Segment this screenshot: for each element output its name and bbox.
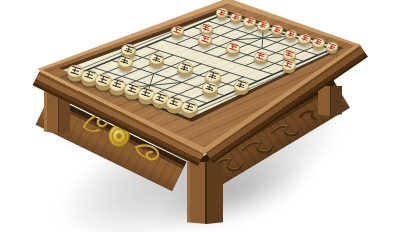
piece-character — [202, 24, 212, 33]
piece-character — [168, 97, 181, 108]
piece-red-soldier[interactable] — [254, 52, 268, 63]
piece-red-elephant[interactable] — [298, 34, 311, 44]
piece-character — [179, 62, 191, 72]
piece-character — [231, 13, 240, 21]
piece-character — [151, 53, 163, 63]
xiangqi-table-scene — [0, 0, 400, 232]
piece-character — [286, 30, 295, 38]
piece-character — [285, 50, 295, 59]
piece-character — [183, 101, 196, 112]
piece-character — [327, 42, 336, 50]
piece-character — [314, 38, 323, 46]
piece-character — [204, 82, 216, 92]
piece-character — [272, 25, 281, 33]
piece-character — [111, 79, 124, 90]
piece-character — [200, 34, 210, 43]
piece-character — [83, 70, 96, 81]
piece-black-cannon[interactable] — [118, 56, 134, 68]
piece-red-advisor[interactable] — [257, 21, 270, 31]
piece-red-elephant[interactable] — [243, 17, 256, 27]
piece-red-horse[interactable] — [312, 38, 325, 48]
piece-character — [69, 65, 82, 76]
piece-character — [256, 52, 266, 61]
piece-black-soldier[interactable] — [205, 71, 220, 83]
piece-character — [300, 34, 309, 42]
piece-character — [126, 83, 139, 94]
piece-character — [217, 8, 226, 16]
piece-character — [235, 80, 247, 90]
piece-character — [283, 60, 293, 69]
piece-black-soldier[interactable] — [177, 62, 192, 74]
piece-character — [154, 92, 167, 103]
piece-character — [245, 17, 254, 25]
piece-character — [172, 26, 182, 35]
piece-red-soldier[interactable] — [226, 43, 240, 54]
piece-character — [140, 88, 153, 99]
piece-black-soldier[interactable] — [234, 80, 249, 92]
piece-red-soldier[interactable] — [282, 60, 296, 71]
piece-character — [123, 45, 135, 55]
piece-character — [207, 71, 219, 81]
piece-black-chariot[interactable] — [181, 101, 198, 114]
piece-character — [97, 74, 110, 85]
piece-character — [119, 56, 131, 66]
piece-character — [228, 43, 238, 52]
piece-character — [259, 21, 268, 29]
